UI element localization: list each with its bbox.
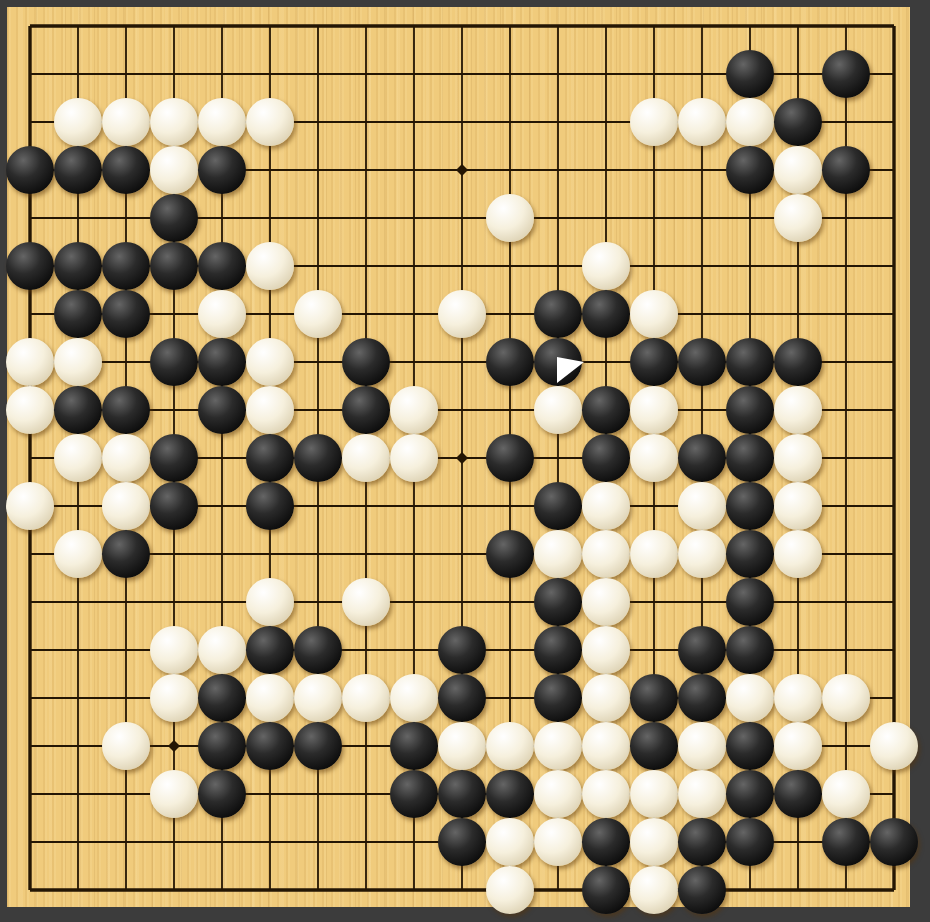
intersection[interactable]	[822, 242, 870, 290]
intersection[interactable]	[102, 290, 150, 338]
intersection[interactable]	[102, 146, 150, 194]
intersection[interactable]	[102, 194, 150, 242]
intersection[interactable]	[774, 722, 822, 770]
intersection[interactable]	[150, 290, 198, 338]
intersection[interactable]	[486, 818, 534, 866]
intersection[interactable]	[54, 146, 102, 194]
intersection[interactable]	[438, 290, 486, 338]
intersection[interactable]	[6, 866, 54, 914]
intersection[interactable]	[102, 866, 150, 914]
intersection[interactable]	[630, 242, 678, 290]
intersection[interactable]	[774, 242, 822, 290]
intersection[interactable]	[438, 434, 486, 482]
intersection[interactable]	[822, 770, 870, 818]
intersection[interactable]	[678, 818, 726, 866]
intersection[interactable]	[342, 818, 390, 866]
intersection[interactable]	[534, 626, 582, 674]
intersection[interactable]	[102, 578, 150, 626]
intersection[interactable]	[774, 818, 822, 866]
intersection[interactable]	[870, 866, 918, 914]
intersection[interactable]	[486, 2, 534, 50]
intersection[interactable]	[630, 626, 678, 674]
intersection[interactable]	[582, 338, 630, 386]
intersection[interactable]	[6, 242, 54, 290]
intersection[interactable]	[726, 290, 774, 338]
intersection[interactable]	[150, 146, 198, 194]
intersection[interactable]	[294, 578, 342, 626]
intersection[interactable]	[198, 818, 246, 866]
intersection[interactable]	[294, 674, 342, 722]
intersection[interactable]	[294, 866, 342, 914]
intersection[interactable]	[822, 674, 870, 722]
intersection[interactable]	[822, 530, 870, 578]
intersection[interactable]	[438, 50, 486, 98]
intersection[interactable]	[390, 2, 438, 50]
intersection[interactable]	[246, 770, 294, 818]
intersection[interactable]	[294, 818, 342, 866]
intersection[interactable]	[198, 146, 246, 194]
intersection[interactable]	[438, 530, 486, 578]
intersection[interactable]	[6, 818, 54, 866]
intersection[interactable]	[198, 338, 246, 386]
intersection[interactable]	[822, 866, 870, 914]
intersection[interactable]	[534, 338, 582, 386]
intersection[interactable]	[486, 50, 534, 98]
intersection[interactable]	[822, 50, 870, 98]
intersection[interactable]	[630, 818, 678, 866]
intersection[interactable]	[54, 482, 102, 530]
intersection[interactable]	[102, 434, 150, 482]
intersection[interactable]	[54, 722, 102, 770]
intersection[interactable]	[390, 194, 438, 242]
intersection[interactable]	[342, 866, 390, 914]
intersection[interactable]	[870, 98, 918, 146]
intersection[interactable]	[726, 386, 774, 434]
intersection[interactable]	[150, 674, 198, 722]
intersection[interactable]	[150, 434, 198, 482]
intersection[interactable]	[486, 434, 534, 482]
intersection[interactable]	[54, 626, 102, 674]
intersection[interactable]	[54, 866, 102, 914]
intersection[interactable]	[678, 2, 726, 50]
intersection[interactable]	[678, 146, 726, 194]
intersection[interactable]	[870, 338, 918, 386]
intersection[interactable]	[774, 770, 822, 818]
intersection[interactable]	[294, 50, 342, 98]
intersection[interactable]	[726, 2, 774, 50]
intersection[interactable]	[54, 770, 102, 818]
intersection[interactable]	[6, 674, 54, 722]
intersection[interactable]	[6, 2, 54, 50]
board-intersections[interactable]	[6, 2, 918, 914]
intersection[interactable]	[870, 626, 918, 674]
intersection[interactable]	[54, 578, 102, 626]
intersection[interactable]	[582, 242, 630, 290]
intersection[interactable]	[774, 578, 822, 626]
intersection[interactable]	[678, 578, 726, 626]
intersection[interactable]	[438, 626, 486, 674]
intersection[interactable]	[6, 194, 54, 242]
intersection[interactable]	[6, 770, 54, 818]
intersection[interactable]	[870, 530, 918, 578]
intersection[interactable]	[678, 386, 726, 434]
intersection[interactable]	[390, 770, 438, 818]
intersection[interactable]	[774, 2, 822, 50]
intersection[interactable]	[774, 290, 822, 338]
intersection[interactable]	[534, 98, 582, 146]
intersection[interactable]	[678, 290, 726, 338]
intersection[interactable]	[342, 530, 390, 578]
intersection[interactable]	[150, 98, 198, 146]
intersection[interactable]	[870, 2, 918, 50]
intersection[interactable]	[390, 530, 438, 578]
intersection[interactable]	[294, 98, 342, 146]
intersection[interactable]	[774, 530, 822, 578]
intersection[interactable]	[534, 194, 582, 242]
intersection[interactable]	[534, 770, 582, 818]
intersection[interactable]	[438, 386, 486, 434]
intersection[interactable]	[150, 530, 198, 578]
intersection[interactable]	[54, 674, 102, 722]
intersection[interactable]	[342, 98, 390, 146]
intersection[interactable]	[582, 866, 630, 914]
intersection[interactable]	[486, 626, 534, 674]
intersection[interactable]	[150, 386, 198, 434]
intersection[interactable]	[342, 290, 390, 338]
intersection[interactable]	[198, 722, 246, 770]
intersection[interactable]	[822, 2, 870, 50]
intersection[interactable]	[246, 50, 294, 98]
intersection[interactable]	[726, 626, 774, 674]
intersection[interactable]	[534, 290, 582, 338]
intersection[interactable]	[294, 770, 342, 818]
intersection[interactable]	[726, 770, 774, 818]
intersection[interactable]	[630, 674, 678, 722]
intersection[interactable]	[870, 194, 918, 242]
intersection[interactable]	[390, 146, 438, 194]
intersection[interactable]	[246, 98, 294, 146]
intersection[interactable]	[486, 722, 534, 770]
intersection[interactable]	[582, 434, 630, 482]
intersection[interactable]	[630, 194, 678, 242]
intersection[interactable]	[534, 386, 582, 434]
go-board[interactable]	[7, 7, 910, 907]
intersection[interactable]	[534, 818, 582, 866]
intersection[interactable]	[822, 338, 870, 386]
intersection[interactable]	[198, 434, 246, 482]
intersection[interactable]	[630, 578, 678, 626]
intersection[interactable]	[438, 770, 486, 818]
intersection[interactable]	[54, 98, 102, 146]
intersection[interactable]	[726, 722, 774, 770]
intersection[interactable]	[870, 242, 918, 290]
intersection[interactable]	[822, 146, 870, 194]
intersection[interactable]	[198, 98, 246, 146]
intersection[interactable]	[774, 194, 822, 242]
intersection[interactable]	[102, 770, 150, 818]
intersection[interactable]	[438, 866, 486, 914]
intersection[interactable]	[102, 338, 150, 386]
intersection[interactable]	[102, 242, 150, 290]
intersection[interactable]	[486, 866, 534, 914]
intersection[interactable]	[342, 386, 390, 434]
intersection[interactable]	[438, 722, 486, 770]
intersection[interactable]	[294, 482, 342, 530]
intersection[interactable]	[198, 626, 246, 674]
intersection[interactable]	[486, 146, 534, 194]
intersection[interactable]	[198, 674, 246, 722]
intersection[interactable]	[54, 50, 102, 98]
intersection[interactable]	[438, 338, 486, 386]
intersection[interactable]	[822, 818, 870, 866]
intersection[interactable]	[774, 674, 822, 722]
intersection[interactable]	[678, 338, 726, 386]
intersection[interactable]	[6, 338, 54, 386]
intersection[interactable]	[726, 578, 774, 626]
intersection[interactable]	[822, 98, 870, 146]
intersection[interactable]	[6, 530, 54, 578]
intersection[interactable]	[630, 386, 678, 434]
intersection[interactable]	[294, 434, 342, 482]
intersection[interactable]	[6, 98, 54, 146]
intersection[interactable]	[726, 530, 774, 578]
intersection[interactable]	[630, 530, 678, 578]
intersection[interactable]	[582, 386, 630, 434]
intersection[interactable]	[582, 818, 630, 866]
intersection[interactable]	[438, 482, 486, 530]
intersection[interactable]	[630, 434, 678, 482]
intersection[interactable]	[582, 482, 630, 530]
intersection[interactable]	[486, 290, 534, 338]
intersection[interactable]	[102, 2, 150, 50]
intersection[interactable]	[486, 530, 534, 578]
intersection[interactable]	[342, 146, 390, 194]
intersection[interactable]	[726, 146, 774, 194]
intersection[interactable]	[294, 626, 342, 674]
intersection[interactable]	[870, 722, 918, 770]
intersection[interactable]	[774, 626, 822, 674]
intersection[interactable]	[486, 578, 534, 626]
intersection[interactable]	[246, 530, 294, 578]
intersection[interactable]	[726, 434, 774, 482]
intersection[interactable]	[630, 2, 678, 50]
intersection[interactable]	[534, 50, 582, 98]
intersection[interactable]	[150, 338, 198, 386]
intersection[interactable]	[246, 674, 294, 722]
intersection[interactable]	[630, 770, 678, 818]
intersection[interactable]	[6, 290, 54, 338]
intersection[interactable]	[726, 194, 774, 242]
intersection[interactable]	[870, 482, 918, 530]
intersection[interactable]	[582, 98, 630, 146]
intersection[interactable]	[390, 50, 438, 98]
intersection[interactable]	[822, 626, 870, 674]
intersection[interactable]	[534, 146, 582, 194]
intersection[interactable]	[150, 626, 198, 674]
intersection[interactable]	[726, 98, 774, 146]
intersection[interactable]	[342, 434, 390, 482]
intersection[interactable]	[582, 146, 630, 194]
intersection[interactable]	[294, 290, 342, 338]
intersection[interactable]	[630, 482, 678, 530]
intersection[interactable]	[630, 50, 678, 98]
intersection[interactable]	[246, 290, 294, 338]
intersection[interactable]	[630, 98, 678, 146]
intersection[interactable]	[246, 722, 294, 770]
intersection[interactable]	[822, 290, 870, 338]
intersection[interactable]	[246, 242, 294, 290]
intersection[interactable]	[150, 866, 198, 914]
intersection[interactable]	[54, 530, 102, 578]
intersection[interactable]	[294, 530, 342, 578]
intersection[interactable]	[342, 482, 390, 530]
intersection[interactable]	[582, 194, 630, 242]
intersection[interactable]	[294, 2, 342, 50]
intersection[interactable]	[534, 866, 582, 914]
intersection[interactable]	[246, 2, 294, 50]
intersection[interactable]	[534, 722, 582, 770]
intersection[interactable]	[486, 338, 534, 386]
intersection[interactable]	[390, 626, 438, 674]
intersection[interactable]	[150, 722, 198, 770]
intersection[interactable]	[54, 338, 102, 386]
intersection[interactable]	[438, 818, 486, 866]
intersection[interactable]	[102, 386, 150, 434]
intersection[interactable]	[822, 578, 870, 626]
intersection[interactable]	[438, 242, 486, 290]
intersection[interactable]	[198, 530, 246, 578]
intersection[interactable]	[198, 50, 246, 98]
intersection[interactable]	[6, 626, 54, 674]
intersection[interactable]	[54, 242, 102, 290]
intersection[interactable]	[150, 50, 198, 98]
intersection[interactable]	[198, 2, 246, 50]
intersection[interactable]	[390, 674, 438, 722]
intersection[interactable]	[774, 98, 822, 146]
intersection[interactable]	[438, 98, 486, 146]
intersection[interactable]	[390, 242, 438, 290]
intersection[interactable]	[582, 674, 630, 722]
intersection[interactable]	[486, 194, 534, 242]
intersection[interactable]	[774, 866, 822, 914]
intersection[interactable]	[390, 338, 438, 386]
intersection[interactable]	[390, 482, 438, 530]
intersection[interactable]	[54, 290, 102, 338]
intersection[interactable]	[102, 674, 150, 722]
intersection[interactable]	[630, 290, 678, 338]
intersection[interactable]	[534, 242, 582, 290]
intersection[interactable]	[198, 578, 246, 626]
intersection[interactable]	[822, 194, 870, 242]
intersection[interactable]	[486, 770, 534, 818]
intersection[interactable]	[678, 482, 726, 530]
intersection[interactable]	[678, 194, 726, 242]
intersection[interactable]	[150, 482, 198, 530]
intersection[interactable]	[678, 530, 726, 578]
intersection[interactable]	[870, 386, 918, 434]
intersection[interactable]	[726, 866, 774, 914]
intersection[interactable]	[726, 674, 774, 722]
intersection[interactable]	[438, 194, 486, 242]
intersection[interactable]	[678, 626, 726, 674]
intersection[interactable]	[342, 770, 390, 818]
intersection[interactable]	[342, 674, 390, 722]
intersection[interactable]	[342, 578, 390, 626]
intersection[interactable]	[582, 770, 630, 818]
intersection[interactable]	[390, 578, 438, 626]
intersection[interactable]	[246, 146, 294, 194]
intersection[interactable]	[102, 50, 150, 98]
intersection[interactable]	[582, 626, 630, 674]
intersection[interactable]	[678, 770, 726, 818]
intersection[interactable]	[822, 482, 870, 530]
intersection[interactable]	[438, 578, 486, 626]
intersection[interactable]	[294, 194, 342, 242]
intersection[interactable]	[150, 770, 198, 818]
intersection[interactable]	[390, 722, 438, 770]
intersection[interactable]	[390, 818, 438, 866]
intersection[interactable]	[582, 722, 630, 770]
intersection[interactable]	[774, 50, 822, 98]
intersection[interactable]	[150, 578, 198, 626]
intersection[interactable]	[102, 626, 150, 674]
intersection[interactable]	[678, 674, 726, 722]
intersection[interactable]	[678, 242, 726, 290]
intersection[interactable]	[582, 50, 630, 98]
intersection[interactable]	[870, 578, 918, 626]
intersection[interactable]	[102, 530, 150, 578]
intersection[interactable]	[678, 722, 726, 770]
intersection[interactable]	[534, 674, 582, 722]
intersection[interactable]	[198, 482, 246, 530]
intersection[interactable]	[54, 194, 102, 242]
intersection[interactable]	[246, 434, 294, 482]
intersection[interactable]	[6, 386, 54, 434]
intersection[interactable]	[774, 386, 822, 434]
intersection[interactable]	[486, 386, 534, 434]
intersection[interactable]	[726, 482, 774, 530]
intersection[interactable]	[150, 818, 198, 866]
intersection[interactable]	[822, 386, 870, 434]
intersection[interactable]	[822, 434, 870, 482]
intersection[interactable]	[198, 194, 246, 242]
intersection[interactable]	[342, 338, 390, 386]
intersection[interactable]	[342, 626, 390, 674]
intersection[interactable]	[54, 386, 102, 434]
intersection[interactable]	[630, 338, 678, 386]
intersection[interactable]	[534, 482, 582, 530]
intersection[interactable]	[678, 50, 726, 98]
intersection[interactable]	[486, 674, 534, 722]
intersection[interactable]	[774, 434, 822, 482]
intersection[interactable]	[6, 434, 54, 482]
intersection[interactable]	[198, 290, 246, 338]
intersection[interactable]	[246, 194, 294, 242]
intersection[interactable]	[102, 482, 150, 530]
intersection[interactable]	[486, 242, 534, 290]
intersection[interactable]	[102, 722, 150, 770]
intersection[interactable]	[246, 482, 294, 530]
intersection[interactable]	[630, 866, 678, 914]
intersection[interactable]	[294, 722, 342, 770]
intersection[interactable]	[294, 146, 342, 194]
intersection[interactable]	[102, 98, 150, 146]
intersection[interactable]	[390, 98, 438, 146]
intersection[interactable]	[870, 434, 918, 482]
intersection[interactable]	[870, 674, 918, 722]
intersection[interactable]	[246, 338, 294, 386]
intersection[interactable]	[486, 98, 534, 146]
